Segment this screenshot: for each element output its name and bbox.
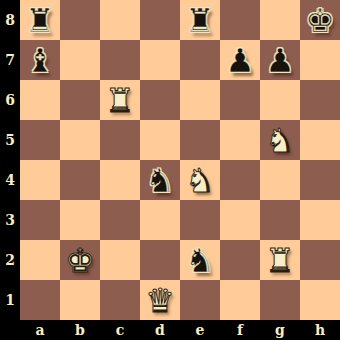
rank-label-2: 2: [0, 240, 20, 280]
square-g8[interactable]: [260, 0, 300, 40]
square-g2[interactable]: ♜: [260, 240, 300, 280]
board-corner: [0, 320, 20, 340]
piece-black-pawn[interactable]: ♟: [265, 44, 295, 77]
square-a7[interactable]: ♝: [20, 40, 60, 80]
piece-black-bishop[interactable]: ♝: [25, 44, 55, 77]
square-c8[interactable]: [100, 0, 140, 40]
rank-label-1: 1: [0, 280, 20, 320]
square-d8[interactable]: [140, 0, 180, 40]
square-b4[interactable]: [60, 160, 100, 200]
square-h7[interactable]: [300, 40, 340, 80]
chess-diagram: 87654321 ♜♜♚♝♟♟♜♞♞♞♚♞♜♛ abcdefgh: [0, 0, 340, 340]
square-g1[interactable]: [260, 280, 300, 320]
square-a6[interactable]: [20, 80, 60, 120]
square-e6[interactable]: [180, 80, 220, 120]
square-f8[interactable]: [220, 0, 260, 40]
square-b5[interactable]: [60, 120, 100, 160]
file-label-g: g: [260, 320, 300, 340]
square-b7[interactable]: [60, 40, 100, 80]
file-label-d: d: [140, 320, 180, 340]
file-label-e: e: [180, 320, 220, 340]
square-g6[interactable]: [260, 80, 300, 120]
piece-white-queen[interactable]: ♛: [145, 284, 175, 317]
square-c2[interactable]: [100, 240, 140, 280]
square-d6[interactable]: [140, 80, 180, 120]
square-d3[interactable]: [140, 200, 180, 240]
piece-black-rook[interactable]: ♜: [185, 4, 215, 37]
square-d5[interactable]: [140, 120, 180, 160]
piece-black-pawn[interactable]: ♟: [225, 44, 255, 77]
rank-label-4: 4: [0, 160, 20, 200]
square-f1[interactable]: [220, 280, 260, 320]
square-f6[interactable]: [220, 80, 260, 120]
square-f3[interactable]: [220, 200, 260, 240]
square-c1[interactable]: [100, 280, 140, 320]
rank-labels: 87654321: [0, 0, 20, 320]
rank-label-8: 8: [0, 0, 20, 40]
square-b6[interactable]: [60, 80, 100, 120]
piece-white-rook[interactable]: ♜: [105, 84, 135, 117]
square-d7[interactable]: [140, 40, 180, 80]
piece-white-knight[interactable]: ♞: [185, 164, 215, 197]
square-f4[interactable]: [220, 160, 260, 200]
chess-board: ♜♜♚♝♟♟♜♞♞♞♚♞♜♛: [20, 0, 340, 320]
square-a3[interactable]: [20, 200, 60, 240]
file-labels: abcdefgh: [20, 320, 340, 340]
square-h8[interactable]: ♚: [300, 0, 340, 40]
square-a4[interactable]: [20, 160, 60, 200]
file-label-a: a: [20, 320, 60, 340]
square-e2[interactable]: ♞: [180, 240, 220, 280]
file-label-c: c: [100, 320, 140, 340]
square-d2[interactable]: [140, 240, 180, 280]
square-d1[interactable]: ♛: [140, 280, 180, 320]
square-c3[interactable]: [100, 200, 140, 240]
square-h1[interactable]: [300, 280, 340, 320]
rank-label-5: 5: [0, 120, 20, 160]
rank-label-7: 7: [0, 40, 20, 80]
square-c6[interactable]: ♜: [100, 80, 140, 120]
square-a8[interactable]: ♜: [20, 0, 60, 40]
square-b1[interactable]: [60, 280, 100, 320]
square-h4[interactable]: [300, 160, 340, 200]
square-g4[interactable]: [260, 160, 300, 200]
square-e7[interactable]: [180, 40, 220, 80]
square-c5[interactable]: [100, 120, 140, 160]
piece-black-knight[interactable]: ♞: [145, 164, 175, 197]
square-f2[interactable]: [220, 240, 260, 280]
square-a5[interactable]: [20, 120, 60, 160]
square-b3[interactable]: [60, 200, 100, 240]
rank-label-6: 6: [0, 80, 20, 120]
square-c4[interactable]: [100, 160, 140, 200]
square-e8[interactable]: ♜: [180, 0, 220, 40]
square-d4[interactable]: ♞: [140, 160, 180, 200]
square-g3[interactable]: [260, 200, 300, 240]
piece-white-knight[interactable]: ♞: [265, 124, 295, 157]
piece-black-king[interactable]: ♚: [305, 4, 335, 37]
file-label-b: b: [60, 320, 100, 340]
square-a2[interactable]: [20, 240, 60, 280]
square-b2[interactable]: ♚: [60, 240, 100, 280]
square-g5[interactable]: ♞: [260, 120, 300, 160]
square-h5[interactable]: [300, 120, 340, 160]
file-label-f: f: [220, 320, 260, 340]
piece-black-knight[interactable]: ♞: [185, 244, 215, 277]
square-b8[interactable]: [60, 0, 100, 40]
rank-label-3: 3: [0, 200, 20, 240]
square-e3[interactable]: [180, 200, 220, 240]
square-g7[interactable]: ♟: [260, 40, 300, 80]
square-a1[interactable]: [20, 280, 60, 320]
file-label-h: h: [300, 320, 340, 340]
square-e5[interactable]: [180, 120, 220, 160]
square-f5[interactable]: [220, 120, 260, 160]
square-h3[interactable]: [300, 200, 340, 240]
piece-black-rook[interactable]: ♜: [25, 4, 55, 37]
square-h2[interactable]: [300, 240, 340, 280]
square-e1[interactable]: [180, 280, 220, 320]
square-f7[interactable]: ♟: [220, 40, 260, 80]
piece-white-king[interactable]: ♚: [65, 244, 95, 277]
square-h6[interactable]: [300, 80, 340, 120]
square-e4[interactable]: ♞: [180, 160, 220, 200]
piece-white-rook[interactable]: ♜: [265, 244, 295, 277]
square-c7[interactable]: [100, 40, 140, 80]
